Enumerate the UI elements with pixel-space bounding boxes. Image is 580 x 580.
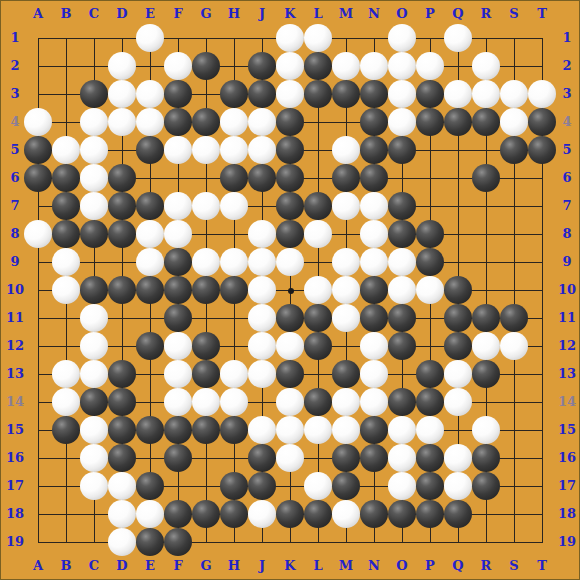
black-stone (192, 332, 220, 360)
white-stone (360, 220, 388, 248)
black-stone (136, 472, 164, 500)
white-stone (248, 220, 276, 248)
white-stone (136, 220, 164, 248)
column-label-bottom: G (196, 558, 216, 574)
black-stone (276, 108, 304, 136)
black-stone (52, 192, 80, 220)
white-stone (276, 52, 304, 80)
column-label-bottom: F (168, 558, 188, 574)
white-stone (248, 108, 276, 136)
white-stone (52, 276, 80, 304)
white-stone (388, 248, 416, 276)
black-stone (164, 528, 192, 556)
black-stone (360, 304, 388, 332)
row-label-left: 2 (2, 58, 28, 74)
black-stone (276, 360, 304, 388)
white-stone (248, 360, 276, 388)
row-label-right: 12 (554, 338, 580, 354)
white-stone (332, 192, 360, 220)
row-label-right: 17 (554, 478, 580, 494)
white-stone (136, 80, 164, 108)
column-label-bottom: Q (448, 558, 468, 574)
column-label-bottom: L (308, 558, 328, 574)
row-label-right: 19 (554, 534, 580, 550)
white-stone (220, 136, 248, 164)
black-stone (192, 360, 220, 388)
black-stone (360, 136, 388, 164)
column-label-bottom: D (112, 558, 132, 574)
row-label-left: 15 (2, 422, 28, 438)
black-stone (416, 472, 444, 500)
black-stone (332, 444, 360, 472)
white-stone (332, 416, 360, 444)
black-stone (528, 108, 556, 136)
row-label-right: 8 (554, 226, 580, 242)
black-stone (220, 80, 248, 108)
row-label-right: 4 (554, 114, 580, 130)
white-stone (388, 276, 416, 304)
black-stone (248, 164, 276, 192)
black-stone (276, 192, 304, 220)
row-label-right: 14 (554, 394, 580, 410)
black-stone (444, 276, 472, 304)
black-stone (108, 276, 136, 304)
white-stone (388, 444, 416, 472)
row-label-right: 2 (554, 58, 580, 74)
row-label-left: 9 (2, 254, 28, 270)
white-stone (52, 360, 80, 388)
star-point-K10 (288, 288, 294, 294)
white-stone (472, 80, 500, 108)
white-stone (164, 220, 192, 248)
black-stone (24, 136, 52, 164)
column-label-top: S (504, 6, 524, 22)
black-stone (444, 500, 472, 528)
white-stone (388, 24, 416, 52)
column-label-top: T (532, 6, 552, 22)
black-stone (52, 416, 80, 444)
white-stone (444, 24, 472, 52)
row-label-left: 1 (2, 30, 28, 46)
black-stone (248, 444, 276, 472)
black-stone (304, 304, 332, 332)
white-stone (80, 304, 108, 332)
black-stone (388, 220, 416, 248)
black-stone (304, 192, 332, 220)
column-label-bottom: A (28, 558, 48, 574)
black-stone (444, 108, 472, 136)
black-stone (360, 276, 388, 304)
black-stone (388, 192, 416, 220)
black-stone (276, 136, 304, 164)
white-stone (304, 416, 332, 444)
white-stone (80, 192, 108, 220)
white-stone (388, 416, 416, 444)
black-stone (416, 500, 444, 528)
row-label-right: 15 (554, 422, 580, 438)
black-stone (304, 52, 332, 80)
black-stone (472, 304, 500, 332)
white-stone (248, 416, 276, 444)
black-stone (136, 136, 164, 164)
white-stone (416, 52, 444, 80)
white-stone (472, 332, 500, 360)
column-label-top: P (420, 6, 440, 22)
white-stone (80, 360, 108, 388)
white-stone (444, 388, 472, 416)
white-stone (304, 220, 332, 248)
column-label-bottom: R (476, 558, 496, 574)
black-stone (444, 304, 472, 332)
white-stone (164, 136, 192, 164)
black-stone (164, 444, 192, 472)
black-stone (388, 136, 416, 164)
white-stone (332, 136, 360, 164)
white-stone (80, 136, 108, 164)
column-label-bottom: J (252, 558, 272, 574)
black-stone (416, 360, 444, 388)
white-stone (276, 248, 304, 276)
white-stone (472, 416, 500, 444)
white-stone (80, 164, 108, 192)
black-stone (416, 80, 444, 108)
black-stone (164, 248, 192, 276)
black-stone (136, 332, 164, 360)
white-stone (276, 332, 304, 360)
black-stone (80, 220, 108, 248)
white-stone (360, 360, 388, 388)
black-stone (360, 164, 388, 192)
row-label-right: 7 (554, 198, 580, 214)
white-stone (248, 276, 276, 304)
row-label-left: 11 (2, 310, 28, 326)
white-stone (472, 52, 500, 80)
black-stone (416, 444, 444, 472)
black-stone (220, 164, 248, 192)
black-stone (220, 472, 248, 500)
row-label-right: 1 (554, 30, 580, 46)
black-stone (220, 276, 248, 304)
black-stone (80, 80, 108, 108)
black-stone (108, 416, 136, 444)
row-label-left: 3 (2, 86, 28, 102)
row-label-right: 16 (554, 450, 580, 466)
row-label-right: 6 (554, 170, 580, 186)
column-label-bottom: P (420, 558, 440, 574)
white-stone (52, 248, 80, 276)
white-stone (80, 108, 108, 136)
go-board[interactable]: AABBCCDDEEFFGGHHJJKKLLMMNNOOPPQQRRSSTT11… (0, 0, 580, 580)
black-stone (388, 388, 416, 416)
white-stone (276, 416, 304, 444)
white-stone (24, 220, 52, 248)
white-stone (388, 472, 416, 500)
white-stone (388, 52, 416, 80)
black-stone (304, 500, 332, 528)
black-stone (360, 416, 388, 444)
black-stone (164, 304, 192, 332)
black-stone (220, 500, 248, 528)
black-stone (192, 500, 220, 528)
black-stone (500, 136, 528, 164)
black-stone (80, 388, 108, 416)
white-stone (528, 80, 556, 108)
white-stone (360, 192, 388, 220)
black-stone (276, 304, 304, 332)
white-stone (52, 136, 80, 164)
black-stone (472, 164, 500, 192)
row-label-right: 18 (554, 506, 580, 522)
column-label-bottom: B (56, 558, 76, 574)
white-stone (416, 416, 444, 444)
row-label-left: 19 (2, 534, 28, 550)
white-stone (80, 472, 108, 500)
black-stone (248, 80, 276, 108)
column-label-top: C (84, 6, 104, 22)
black-stone (192, 108, 220, 136)
column-label-bottom: S (504, 558, 524, 574)
white-stone (192, 248, 220, 276)
white-stone (108, 472, 136, 500)
black-stone (472, 108, 500, 136)
column-label-top: H (224, 6, 244, 22)
black-stone (472, 444, 500, 472)
black-stone (304, 388, 332, 416)
column-label-top: R (476, 6, 496, 22)
white-stone (220, 108, 248, 136)
column-label-top: A (28, 6, 48, 22)
white-stone (108, 528, 136, 556)
column-label-bottom: T (532, 558, 552, 574)
black-stone (164, 416, 192, 444)
white-stone (444, 80, 472, 108)
white-stone (332, 276, 360, 304)
column-label-bottom: K (280, 558, 300, 574)
row-label-left: 16 (2, 450, 28, 466)
black-stone (360, 500, 388, 528)
white-stone (388, 108, 416, 136)
white-stone (388, 80, 416, 108)
black-stone (276, 220, 304, 248)
white-stone (248, 304, 276, 332)
column-label-top: D (112, 6, 132, 22)
white-stone (164, 52, 192, 80)
white-stone (248, 248, 276, 276)
row-label-left: 12 (2, 338, 28, 354)
column-label-top: Q (448, 6, 468, 22)
white-stone (332, 388, 360, 416)
black-stone (360, 80, 388, 108)
column-label-top: K (280, 6, 300, 22)
white-stone (332, 52, 360, 80)
row-label-right: 3 (554, 86, 580, 102)
row-label-left: 13 (2, 366, 28, 382)
white-stone (136, 24, 164, 52)
white-stone (360, 52, 388, 80)
black-stone (248, 472, 276, 500)
white-stone (500, 332, 528, 360)
row-label-left: 17 (2, 478, 28, 494)
black-stone (164, 276, 192, 304)
white-stone (444, 444, 472, 472)
white-stone (192, 388, 220, 416)
black-stone (164, 500, 192, 528)
white-stone (164, 332, 192, 360)
white-stone (220, 360, 248, 388)
black-stone (108, 360, 136, 388)
row-label-right: 5 (554, 142, 580, 158)
white-stone (24, 108, 52, 136)
white-stone (360, 388, 388, 416)
black-stone (360, 444, 388, 472)
white-stone (164, 360, 192, 388)
black-stone (164, 108, 192, 136)
black-stone (108, 388, 136, 416)
black-stone (528, 136, 556, 164)
column-label-top: B (56, 6, 76, 22)
black-stone (500, 304, 528, 332)
white-stone (248, 136, 276, 164)
black-stone (192, 276, 220, 304)
white-stone (332, 248, 360, 276)
white-stone (220, 248, 248, 276)
black-stone (444, 332, 472, 360)
white-stone (108, 500, 136, 528)
white-stone (220, 192, 248, 220)
black-stone (108, 220, 136, 248)
black-stone (52, 220, 80, 248)
white-stone (80, 332, 108, 360)
white-stone (136, 248, 164, 276)
black-stone (248, 52, 276, 80)
black-stone (164, 80, 192, 108)
row-label-right: 11 (554, 310, 580, 326)
column-label-top: O (392, 6, 412, 22)
black-stone (108, 164, 136, 192)
black-stone (416, 220, 444, 248)
row-label-left: 14 (2, 394, 28, 410)
white-stone (108, 108, 136, 136)
black-stone (136, 416, 164, 444)
black-stone (52, 164, 80, 192)
white-stone (108, 80, 136, 108)
white-stone (108, 52, 136, 80)
white-stone (276, 80, 304, 108)
black-stone (304, 332, 332, 360)
white-stone (276, 444, 304, 472)
black-stone (388, 304, 416, 332)
black-stone (276, 500, 304, 528)
row-label-right: 13 (554, 366, 580, 382)
white-stone (52, 388, 80, 416)
white-stone (248, 500, 276, 528)
white-stone (164, 192, 192, 220)
black-stone (388, 500, 416, 528)
row-label-right: 9 (554, 254, 580, 270)
white-stone (360, 248, 388, 276)
white-stone (500, 80, 528, 108)
black-stone (136, 528, 164, 556)
column-label-top: J (252, 6, 272, 22)
row-label-left: 7 (2, 198, 28, 214)
column-label-top: L (308, 6, 328, 22)
black-stone (136, 192, 164, 220)
white-stone (304, 24, 332, 52)
white-stone (136, 108, 164, 136)
black-stone (192, 416, 220, 444)
black-stone (472, 472, 500, 500)
black-stone (24, 164, 52, 192)
white-stone (304, 472, 332, 500)
column-label-top: N (364, 6, 384, 22)
black-stone (332, 164, 360, 192)
column-label-top: F (168, 6, 188, 22)
white-stone (444, 472, 472, 500)
row-label-left: 18 (2, 506, 28, 522)
column-label-bottom: C (84, 558, 104, 574)
white-stone (192, 136, 220, 164)
white-stone (136, 500, 164, 528)
white-stone (80, 444, 108, 472)
column-label-bottom: N (364, 558, 384, 574)
column-label-bottom: H (224, 558, 244, 574)
white-stone (304, 276, 332, 304)
white-stone (500, 108, 528, 136)
black-stone (108, 192, 136, 220)
black-stone (192, 52, 220, 80)
black-stone (332, 360, 360, 388)
white-stone (332, 304, 360, 332)
black-stone (304, 80, 332, 108)
white-stone (360, 332, 388, 360)
black-stone (276, 164, 304, 192)
black-stone (388, 332, 416, 360)
column-label-bottom: O (392, 558, 412, 574)
black-stone (416, 108, 444, 136)
black-stone (220, 416, 248, 444)
black-stone (136, 276, 164, 304)
black-stone (80, 276, 108, 304)
white-stone (248, 332, 276, 360)
black-stone (416, 388, 444, 416)
white-stone (164, 388, 192, 416)
black-stone (472, 360, 500, 388)
black-stone (360, 108, 388, 136)
white-stone (80, 416, 108, 444)
black-stone (416, 248, 444, 276)
column-label-top: G (196, 6, 216, 22)
white-stone (192, 192, 220, 220)
white-stone (332, 500, 360, 528)
black-stone (332, 80, 360, 108)
black-stone (332, 472, 360, 500)
column-label-top: M (336, 6, 356, 22)
column-label-bottom: E (140, 558, 160, 574)
white-stone (276, 388, 304, 416)
row-label-left: 10 (2, 282, 28, 298)
white-stone (220, 388, 248, 416)
white-stone (444, 360, 472, 388)
column-label-top: E (140, 6, 160, 22)
column-label-bottom: M (336, 558, 356, 574)
white-stone (416, 276, 444, 304)
black-stone (108, 444, 136, 472)
row-label-right: 10 (554, 282, 580, 298)
white-stone (276, 24, 304, 52)
